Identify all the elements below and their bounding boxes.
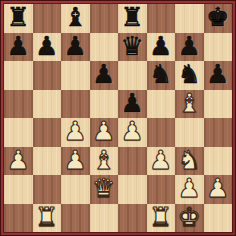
black-knight[interactable]: ♞ [178,61,201,89]
black-pawn[interactable]: ♟ [149,33,172,61]
white-queen[interactable]: ♛ [92,175,115,203]
square-g2[interactable]: ♟ [175,175,204,204]
square-g5[interactable]: ♝ [175,90,204,119]
square-h7[interactable] [204,33,233,62]
square-d6[interactable]: ♟ [90,61,119,90]
square-a1[interactable] [4,204,33,233]
square-a3[interactable]: ♟ [4,147,33,176]
square-c7[interactable]: ♟ [61,33,90,62]
black-pawn[interactable]: ♟ [178,33,201,61]
square-f1[interactable]: ♜ [147,204,176,233]
black-king[interactable]: ♚ [206,4,229,32]
square-b6[interactable] [33,61,62,90]
white-knight[interactable]: ♞ [178,147,201,175]
black-pawn[interactable]: ♟ [92,61,115,89]
black-pawn[interactable]: ♟ [206,61,229,89]
square-g4[interactable] [175,118,204,147]
square-e3[interactable] [118,147,147,176]
square-c6[interactable] [61,61,90,90]
square-h6[interactable]: ♟ [204,61,233,90]
square-g7[interactable]: ♟ [175,33,204,62]
white-pawn[interactable]: ♟ [64,118,87,146]
white-pawn[interactable]: ♟ [92,118,115,146]
black-pawn[interactable]: ♟ [121,90,144,118]
square-f6[interactable]: ♞ [147,61,176,90]
square-g8[interactable] [175,4,204,33]
square-d5[interactable] [90,90,119,119]
square-a8[interactable]: ♜ [4,4,33,33]
white-pawn[interactable]: ♟ [64,147,87,175]
square-h5[interactable] [204,90,233,119]
square-f7[interactable]: ♟ [147,33,176,62]
square-c1[interactable] [61,204,90,233]
square-g3[interactable]: ♞ [175,147,204,176]
white-king[interactable]: ♚ [178,204,201,232]
square-e6[interactable] [118,61,147,90]
square-g6[interactable]: ♞ [175,61,204,90]
square-e4[interactable]: ♟ [118,118,147,147]
chess-board: ♜♝♜♚♟♟♟♛♟♟♟♞♞♟♟♝♟♟♟♟♟♝♟♞♛♟♟♜♜♚ [4,4,232,232]
square-d7[interactable] [90,33,119,62]
white-bishop[interactable]: ♝ [92,147,115,175]
black-pawn[interactable]: ♟ [64,33,87,61]
square-d2[interactable]: ♛ [90,175,119,204]
square-a2[interactable] [4,175,33,204]
white-rook[interactable]: ♜ [35,204,58,232]
square-f2[interactable] [147,175,176,204]
square-f3[interactable]: ♟ [147,147,176,176]
square-b2[interactable] [33,175,62,204]
square-e5[interactable]: ♟ [118,90,147,119]
square-d4[interactable]: ♟ [90,118,119,147]
white-rook[interactable]: ♜ [149,204,172,232]
white-pawn[interactable]: ♟ [121,118,144,146]
square-h4[interactable] [204,118,233,147]
white-pawn[interactable]: ♟ [149,147,172,175]
square-h1[interactable] [204,204,233,233]
black-pawn[interactable]: ♟ [7,33,30,61]
square-b5[interactable] [33,90,62,119]
square-c8[interactable]: ♝ [61,4,90,33]
square-a7[interactable]: ♟ [4,33,33,62]
square-c3[interactable]: ♟ [61,147,90,176]
square-a6[interactable] [4,61,33,90]
square-b8[interactable] [33,4,62,33]
square-d3[interactable]: ♝ [90,147,119,176]
black-bishop[interactable]: ♝ [64,4,87,32]
square-c5[interactable] [61,90,90,119]
square-d1[interactable] [90,204,119,233]
white-pawn[interactable]: ♟ [7,147,30,175]
square-d8[interactable] [90,4,119,33]
white-pawn[interactable]: ♟ [178,175,201,203]
square-g1[interactable]: ♚ [175,204,204,233]
square-b1[interactable]: ♜ [33,204,62,233]
black-rook[interactable]: ♜ [121,4,144,32]
square-h3[interactable] [204,147,233,176]
square-a4[interactable] [4,118,33,147]
black-knight[interactable]: ♞ [149,61,172,89]
white-pawn[interactable]: ♟ [206,175,229,203]
square-h2[interactable]: ♟ [204,175,233,204]
square-b4[interactable] [33,118,62,147]
chess-board-frame: ♜♝♜♚♟♟♟♛♟♟♟♞♞♟♟♝♟♟♟♟♟♝♟♞♛♟♟♜♜♚ [0,0,236,236]
square-b7[interactable]: ♟ [33,33,62,62]
square-f8[interactable] [147,4,176,33]
square-e1[interactable] [118,204,147,233]
square-h8[interactable]: ♚ [204,4,233,33]
square-c4[interactable]: ♟ [61,118,90,147]
square-e7[interactable]: ♛ [118,33,147,62]
square-e2[interactable] [118,175,147,204]
black-rook[interactable]: ♜ [7,4,30,32]
black-queen[interactable]: ♛ [121,33,144,61]
square-e8[interactable]: ♜ [118,4,147,33]
square-a5[interactable] [4,90,33,119]
square-b3[interactable] [33,147,62,176]
square-c2[interactable] [61,175,90,204]
square-f5[interactable] [147,90,176,119]
square-f4[interactable] [147,118,176,147]
black-pawn[interactable]: ♟ [35,33,58,61]
white-bishop[interactable]: ♝ [178,90,201,118]
